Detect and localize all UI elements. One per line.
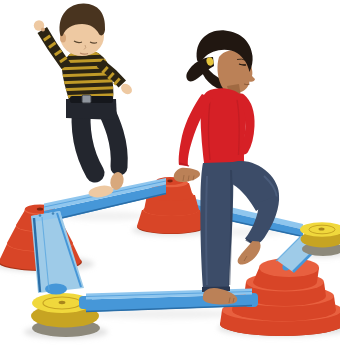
girl-right-foot [238, 241, 261, 265]
yellow-disc-right [300, 222, 340, 256]
balance-course-photo [0, 0, 340, 348]
cone-top-hole [167, 180, 173, 183]
boy-belt-buckle [82, 95, 91, 103]
boy-figure [34, 3, 134, 199]
disc-top-hole [319, 228, 325, 231]
boy-head [60, 3, 106, 56]
disc-top-hole [59, 301, 66, 304]
cone-top-hole [37, 207, 43, 210]
scene-canvas [0, 0, 340, 348]
girl-left-hand [174, 168, 200, 182]
